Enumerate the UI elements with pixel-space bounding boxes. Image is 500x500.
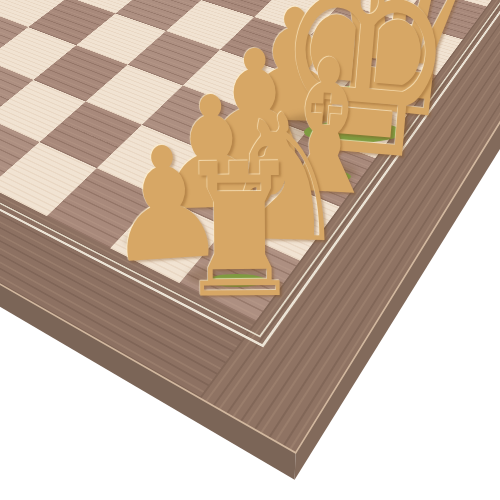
white-rook-a1: ♜	[168, 139, 310, 324]
chessboard-photo: ♜♟♟♞♝♟♟♚♛	[0, 0, 500, 500]
